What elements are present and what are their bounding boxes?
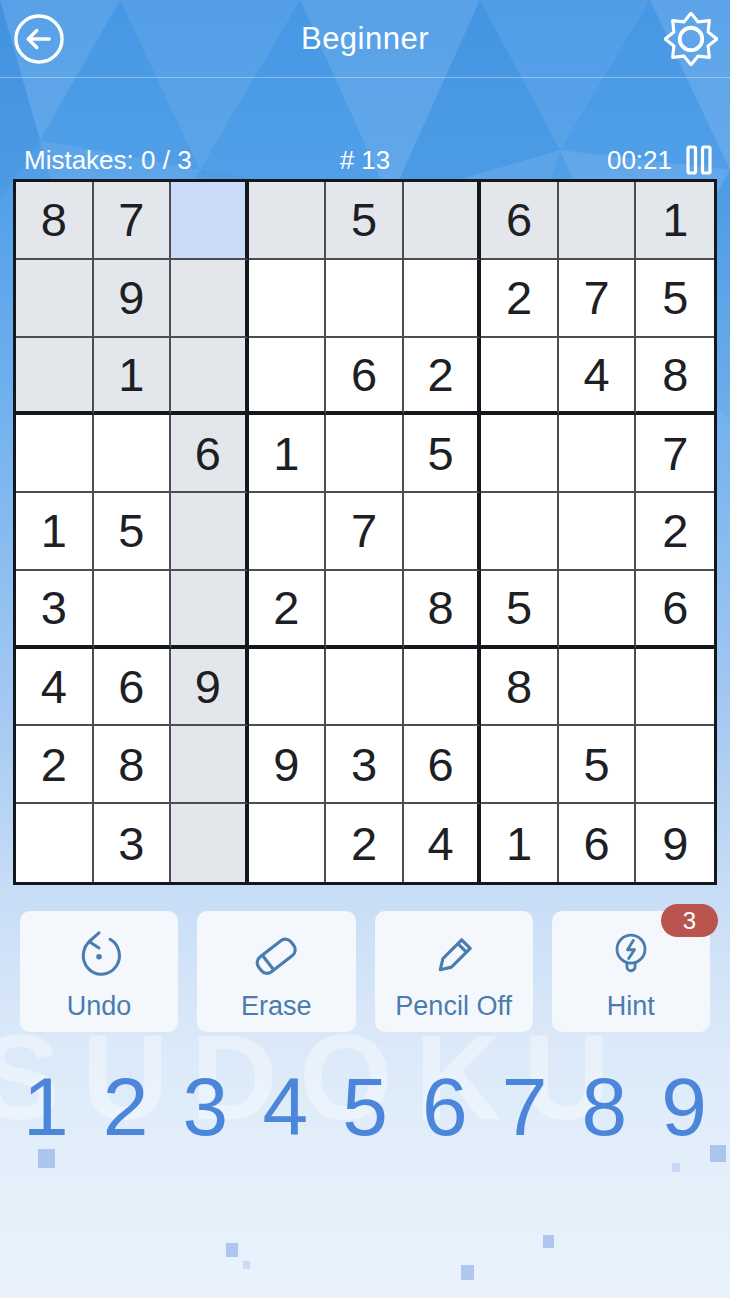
sudoku-cell-r2c1[interactable] <box>16 260 94 338</box>
sudoku-cell-r2c4[interactable] <box>249 260 327 338</box>
sudoku-cell-r5c7[interactable] <box>481 493 559 571</box>
sudoku-cell-r4c3[interactable]: 6 <box>171 415 249 493</box>
sudoku-cell-r1c5[interactable]: 5 <box>326 182 404 260</box>
sudoku-cell-r3c7[interactable] <box>481 338 559 416</box>
sudoku-cell-r6c2[interactable] <box>94 571 172 649</box>
sudoku-cell-r3c6[interactable]: 2 <box>404 338 482 416</box>
sudoku-cell-r3c2[interactable]: 1 <box>94 338 172 416</box>
numpad-key-1[interactable]: 1 <box>23 1066 69 1148</box>
sudoku-cell-r6c7[interactable]: 5 <box>481 571 559 649</box>
back-arrow-icon <box>12 12 66 66</box>
decor-square <box>543 1235 554 1248</box>
sudoku-cell-r8c8[interactable]: 5 <box>559 726 637 804</box>
sudoku-cell-r3c4[interactable] <box>249 338 327 416</box>
undo-icon <box>20 927 178 983</box>
numpad-key-8[interactable]: 8 <box>581 1066 627 1148</box>
sudoku-cell-r9c5[interactable]: 2 <box>326 804 404 882</box>
sudoku-cell-r6c9[interactable]: 6 <box>636 571 714 649</box>
timer: 00:21 <box>607 145 672 176</box>
sudoku-cell-r7c4[interactable] <box>249 649 327 727</box>
page-title: Beginner <box>301 21 429 57</box>
hint-button[interactable]: Hint3 <box>552 911 710 1032</box>
sudoku-cell-r9c2[interactable]: 3 <box>94 804 172 882</box>
sudoku-cell-r6c3[interactable] <box>171 571 249 649</box>
sudoku-cell-r5c6[interactable] <box>404 493 482 571</box>
sudoku-cell-r4c5[interactable] <box>326 415 404 493</box>
tool-label: Hint <box>607 991 655 1022</box>
undo-button[interactable]: Undo <box>20 911 178 1032</box>
sudoku-board: 8756192751624861571572328564698289365324… <box>13 179 717 885</box>
pause-button[interactable] <box>686 145 712 175</box>
sudoku-cell-r4c7[interactable] <box>481 415 559 493</box>
sudoku-cell-r7c1[interactable]: 4 <box>16 649 94 727</box>
sudoku-cell-r7c8[interactable] <box>559 649 637 727</box>
sudoku-cell-r9c3[interactable] <box>171 804 249 882</box>
sudoku-cell-r1c1[interactable]: 8 <box>16 182 94 260</box>
sudoku-cell-r1c2[interactable]: 7 <box>94 182 172 260</box>
sudoku-cell-r7c6[interactable] <box>404 649 482 727</box>
sudoku-cell-r5c2[interactable]: 5 <box>94 493 172 571</box>
sudoku-cell-r7c3[interactable]: 9 <box>171 649 249 727</box>
numpad-key-2[interactable]: 2 <box>103 1066 149 1148</box>
sudoku-cell-r8c5[interactable]: 3 <box>326 726 404 804</box>
hint-count-badge: 3 <box>661 904 718 937</box>
sudoku-cell-r8c9[interactable] <box>636 726 714 804</box>
sudoku-cell-r9c8[interactable]: 6 <box>559 804 637 882</box>
sudoku-cell-r3c9[interactable]: 8 <box>636 338 714 416</box>
sudoku-cell-r1c3[interactable] <box>171 182 249 260</box>
sudoku-cell-r9c9[interactable]: 9 <box>636 804 714 882</box>
sudoku-cell-r6c8[interactable] <box>559 571 637 649</box>
sudoku-cell-r3c8[interactable]: 4 <box>559 338 637 416</box>
sudoku-cell-r2c2[interactable]: 9 <box>94 260 172 338</box>
sudoku-cell-r4c9[interactable]: 7 <box>636 415 714 493</box>
sudoku-cell-r8c1[interactable]: 2 <box>16 726 94 804</box>
sudoku-cell-r1c6[interactable] <box>404 182 482 260</box>
sudoku-cell-r7c5[interactable] <box>326 649 404 727</box>
sudoku-cell-r9c1[interactable] <box>16 804 94 882</box>
sudoku-cell-r5c9[interactable]: 2 <box>636 493 714 571</box>
sudoku-cell-r2c3[interactable] <box>171 260 249 338</box>
decor-square <box>461 1265 474 1280</box>
number-pad: 123456789 <box>6 1052 724 1162</box>
sudoku-cell-r8c2[interactable]: 8 <box>94 726 172 804</box>
sudoku-cell-r7c2[interactable]: 6 <box>94 649 172 727</box>
sudoku-cell-r9c4[interactable] <box>249 804 327 882</box>
sudoku-app-screen: SUDOKU Beginner Mistakes: 0 / 3 # 13 00:… <box>0 0 730 1298</box>
sudoku-cell-r4c1[interactable] <box>16 415 94 493</box>
tool-label: Undo <box>67 991 132 1022</box>
sudoku-cell-r7c9[interactable] <box>636 649 714 727</box>
pause-icon <box>686 145 712 175</box>
sudoku-cell-r2c7[interactable]: 2 <box>481 260 559 338</box>
back-button[interactable] <box>10 10 68 68</box>
sudoku-cell-r2c9[interactable]: 5 <box>636 260 714 338</box>
sudoku-cell-r6c1[interactable]: 3 <box>16 571 94 649</box>
numpad-key-6[interactable]: 6 <box>422 1066 468 1148</box>
sudoku-cell-r8c4[interactable]: 9 <box>249 726 327 804</box>
decor-square <box>672 1163 680 1172</box>
sudoku-cell-r5c1[interactable]: 1 <box>16 493 94 571</box>
numpad-key-9[interactable]: 9 <box>661 1066 707 1148</box>
sudoku-cell-r3c5[interactable]: 6 <box>326 338 404 416</box>
sudoku-cell-r5c8[interactable] <box>559 493 637 571</box>
decor-square <box>243 1261 250 1269</box>
sudoku-cell-r7c7[interactable]: 8 <box>481 649 559 727</box>
numpad-key-5[interactable]: 5 <box>342 1066 388 1148</box>
sudoku-cell-r6c6[interactable]: 8 <box>404 571 482 649</box>
sudoku-cell-r6c4[interactable]: 2 <box>249 571 327 649</box>
numpad-key-7[interactable]: 7 <box>502 1066 548 1148</box>
header-bar: Beginner <box>0 0 730 78</box>
decor-square <box>226 1243 238 1257</box>
pencil-off-button[interactable]: Pencil Off <box>375 911 533 1032</box>
sudoku-cell-r1c8[interactable] <box>559 182 637 260</box>
status-bar: Mistakes: 0 / 3 # 13 00:21 <box>0 140 730 180</box>
sudoku-cell-r8c6[interactable]: 6 <box>404 726 482 804</box>
sudoku-cell-r5c5[interactable]: 7 <box>326 493 404 571</box>
sudoku-cell-r2c6[interactable] <box>404 260 482 338</box>
toolbar: UndoErasePencil OffHint3 <box>20 911 710 1032</box>
sudoku-cell-r9c6[interactable]: 4 <box>404 804 482 882</box>
sudoku-cell-r3c1[interactable] <box>16 338 94 416</box>
sudoku-cell-r4c2[interactable] <box>94 415 172 493</box>
sudoku-cell-r6c5[interactable] <box>326 571 404 649</box>
sudoku-cell-r4c6[interactable]: 5 <box>404 415 482 493</box>
pencil-icon <box>375 927 533 985</box>
gear-icon <box>664 12 718 66</box>
sudoku-cell-r2c5[interactable] <box>326 260 404 338</box>
sudoku-cell-r8c3[interactable] <box>171 726 249 804</box>
sudoku-cell-r4c4[interactable]: 1 <box>249 415 327 493</box>
eraser-icon <box>197 927 355 985</box>
numpad-key-4[interactable]: 4 <box>262 1066 308 1148</box>
sudoku-cell-r4c8[interactable] <box>559 415 637 493</box>
tool-label: Pencil Off <box>395 991 512 1022</box>
sudoku-cell-r9c7[interactable]: 1 <box>481 804 559 882</box>
erase-button[interactable]: Erase <box>197 911 355 1032</box>
sudoku-cell-r1c7[interactable]: 6 <box>481 182 559 260</box>
sudoku-cell-r8c7[interactable] <box>481 726 559 804</box>
sudoku-cell-r1c4[interactable] <box>249 182 327 260</box>
settings-button[interactable] <box>662 10 720 68</box>
sudoku-cell-r2c8[interactable]: 7 <box>559 260 637 338</box>
sudoku-cell-r5c3[interactable] <box>171 493 249 571</box>
sudoku-cell-r3c3[interactable] <box>171 338 249 416</box>
sudoku-cell-r5c4[interactable] <box>249 493 327 571</box>
numpad-key-3[interactable]: 3 <box>183 1066 229 1148</box>
sudoku-cell-r1c9[interactable]: 1 <box>636 182 714 260</box>
tool-label: Erase <box>241 991 312 1022</box>
